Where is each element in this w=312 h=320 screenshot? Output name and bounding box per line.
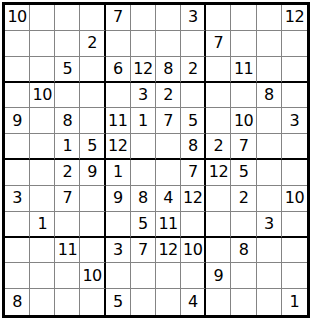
cell-r5c3[interactable]: 8: [55, 108, 80, 134]
given-digit: 2: [188, 61, 198, 77]
given-digit: 7: [113, 9, 123, 25]
cell-r4c6[interactable]: 3: [131, 83, 156, 109]
cell-r6c4[interactable]: 5: [80, 134, 105, 160]
cell-r10c5[interactable]: 3: [106, 238, 131, 264]
cell-r12c10[interactable]: [231, 289, 256, 315]
cell-r10c6[interactable]: 7: [131, 238, 156, 264]
cell-r1c12[interactable]: 12: [282, 5, 307, 31]
cell-r2c1[interactable]: [5, 31, 30, 57]
cell-r11c8[interactable]: [181, 263, 206, 289]
cell-r7c12[interactable]: [282, 160, 307, 186]
cell-r3c7[interactable]: 8: [156, 57, 181, 83]
cell-r10c9[interactable]: [206, 238, 231, 264]
cell-r7c7[interactable]: [156, 160, 181, 186]
cell-r6c5[interactable]: 12: [106, 134, 131, 160]
cell-r2c4[interactable]: 2: [80, 31, 105, 57]
given-digit: 3: [264, 216, 274, 232]
given-digit: 12: [108, 138, 127, 154]
cell-r4c12[interactable]: [282, 83, 307, 109]
cell-r11c9[interactable]: 9: [206, 263, 231, 289]
given-digit: 11: [58, 242, 77, 258]
cell-r10c11[interactable]: [257, 238, 282, 264]
cell-r8c9[interactable]: [206, 186, 231, 212]
given-digit: 3: [290, 113, 300, 129]
cell-r5c9[interactable]: [206, 108, 231, 134]
cell-r6c6[interactable]: [131, 134, 156, 160]
cell-r2c10[interactable]: [231, 31, 256, 57]
given-digit: 12: [158, 242, 177, 258]
given-digit: 8: [239, 242, 249, 258]
cell-r9c8[interactable]: [181, 212, 206, 238]
cell-r5c5[interactable]: 11: [106, 108, 131, 134]
cell-r3c5[interactable]: 6: [106, 57, 131, 83]
cell-r8c4[interactable]: [80, 186, 105, 212]
given-digit: 2: [163, 87, 173, 103]
given-digit: 10: [7, 9, 26, 25]
cell-r3c6[interactable]: 12: [131, 57, 156, 83]
cell-r4c7[interactable]: 2: [156, 83, 181, 109]
given-digit: 4: [188, 294, 198, 310]
cell-r7c2[interactable]: [30, 160, 55, 186]
cell-r4c4[interactable]: [80, 83, 105, 109]
cell-r1c10[interactable]: [231, 5, 256, 31]
given-digit: 1: [63, 138, 73, 154]
cell-r7c11[interactable]: [257, 160, 282, 186]
cell-r6c2[interactable]: [30, 134, 55, 160]
cell-r12c2[interactable]: [30, 289, 55, 315]
cell-r7c4[interactable]: 9: [80, 160, 105, 186]
given-digit: 10: [33, 87, 52, 103]
cell-r4c3[interactable]: [55, 83, 80, 109]
given-digit: 8: [138, 190, 148, 206]
given-digit: 7: [239, 138, 249, 154]
cell-r9c11[interactable]: 3: [257, 212, 282, 238]
cell-r9c3[interactable]: [55, 212, 80, 238]
given-digit: 12: [133, 61, 152, 77]
cell-r2c5[interactable]: [106, 31, 131, 57]
given-digit: 9: [214, 268, 224, 284]
cell-r3c1[interactable]: [5, 57, 30, 83]
cell-r7c9[interactable]: 12: [206, 160, 231, 186]
cell-r6c11[interactable]: [257, 134, 282, 160]
given-digit: 3: [188, 9, 198, 25]
cell-r8c1[interactable]: 3: [5, 186, 30, 212]
given-digit: 10: [285, 190, 304, 206]
cell-r6c3[interactable]: 1: [55, 134, 80, 160]
cell-r3c4[interactable]: [80, 57, 105, 83]
cell-r11c4[interactable]: 10: [80, 263, 105, 289]
cell-r3c10[interactable]: 11: [231, 57, 256, 83]
given-digit: 11: [234, 61, 253, 77]
cell-r9c9[interactable]: [206, 212, 231, 238]
cell-r1c3[interactable]: [55, 5, 80, 31]
cell-r2c6[interactable]: [131, 31, 156, 57]
given-digit: 2: [87, 35, 97, 51]
given-digit: 9: [12, 113, 22, 129]
sudoku-board: 1073122756128211103289811175103151282729…: [2, 2, 310, 318]
given-digit: 10: [183, 242, 202, 258]
cell-r10c1[interactable]: [5, 238, 30, 264]
cell-r11c3[interactable]: [55, 263, 80, 289]
cell-r4c8[interactable]: [181, 83, 206, 109]
given-digit: 8: [264, 87, 274, 103]
cell-r5c8[interactable]: 5: [181, 108, 206, 134]
cell-r11c1[interactable]: [5, 263, 30, 289]
cell-r5c12[interactable]: 3: [282, 108, 307, 134]
cell-r2c2[interactable]: [30, 31, 55, 57]
cell-r7c8[interactable]: 7: [181, 160, 206, 186]
given-digit: 9: [87, 164, 97, 180]
cell-r7c6[interactable]: [131, 160, 156, 186]
cell-r4c5[interactable]: [106, 83, 131, 109]
given-digit: 2: [239, 190, 249, 206]
given-digit: 6: [113, 61, 123, 77]
cell-r4c9[interactable]: [206, 83, 231, 109]
cell-r1c5[interactable]: 7: [106, 5, 131, 31]
cell-r3c2[interactable]: [30, 57, 55, 83]
cell-r10c4[interactable]: [80, 238, 105, 264]
given-digit: 1: [37, 216, 47, 232]
cell-r12c5[interactable]: 5: [106, 289, 131, 315]
cell-r12c6[interactable]: [131, 289, 156, 315]
cell-r11c6[interactable]: [131, 263, 156, 289]
cell-r10c10[interactable]: 8: [231, 238, 256, 264]
cell-r7c3[interactable]: 2: [55, 160, 80, 186]
cell-r3c11[interactable]: [257, 57, 282, 83]
cell-r3c8[interactable]: 2: [181, 57, 206, 83]
cell-r9c7[interactable]: 11: [156, 212, 181, 238]
cell-r4c10[interactable]: [231, 83, 256, 109]
cell-r5c4[interactable]: [80, 108, 105, 134]
cell-r4c2[interactable]: 10: [30, 83, 55, 109]
cell-r11c5[interactable]: [106, 263, 131, 289]
given-digit: 3: [138, 87, 148, 103]
cell-r1c4[interactable]: [80, 5, 105, 31]
cell-r12c12[interactable]: 1: [282, 289, 307, 315]
given-digit: 2: [214, 138, 224, 154]
given-digit: 5: [87, 138, 97, 154]
cell-r8c2[interactable]: [30, 186, 55, 212]
cell-r3c9[interactable]: [206, 57, 231, 83]
given-digit: 7: [63, 190, 73, 206]
given-digit: 1: [138, 113, 148, 129]
cell-r12c3[interactable]: [55, 289, 80, 315]
cell-r10c8[interactable]: 10: [181, 238, 206, 264]
cell-r8c12[interactable]: 10: [282, 186, 307, 212]
cell-r11c10[interactable]: [231, 263, 256, 289]
cell-r11c12[interactable]: [282, 263, 307, 289]
cell-r5c6[interactable]: 1: [131, 108, 156, 134]
given-digit: 7: [138, 242, 148, 258]
cell-r12c9[interactable]: [206, 289, 231, 315]
cell-r1c2[interactable]: [30, 5, 55, 31]
cell-r9c5[interactable]: [106, 212, 131, 238]
given-digit: 5: [188, 113, 198, 129]
given-digit: 7: [163, 113, 173, 129]
cell-r9c6[interactable]: 5: [131, 212, 156, 238]
cell-r4c1[interactable]: [5, 83, 30, 109]
cell-r7c5[interactable]: 1: [106, 160, 131, 186]
cell-r11c11[interactable]: [257, 263, 282, 289]
cell-r10c3[interactable]: 11: [55, 238, 80, 264]
given-digit: 10: [234, 113, 253, 129]
given-digit: 5: [63, 61, 73, 77]
cell-r4c11[interactable]: 8: [257, 83, 282, 109]
cell-r6c12[interactable]: [282, 134, 307, 160]
cell-r6c1[interactable]: [5, 134, 30, 160]
given-digit: 11: [108, 113, 127, 129]
cell-r12c4[interactable]: [80, 289, 105, 315]
cell-r2c12[interactable]: [282, 31, 307, 57]
cell-r1c11[interactable]: [257, 5, 282, 31]
cell-r8c10[interactable]: 2: [231, 186, 256, 212]
given-digit: 1: [113, 164, 123, 180]
given-digit: 5: [138, 216, 148, 232]
given-digit: 8: [63, 113, 73, 129]
cell-r7c10[interactable]: 5: [231, 160, 256, 186]
cell-r7c1[interactable]: [5, 160, 30, 186]
cell-r9c12[interactable]: [282, 212, 307, 238]
cell-r1c9[interactable]: [206, 5, 231, 31]
cell-r1c8[interactable]: 3: [181, 5, 206, 31]
given-digit: 12: [209, 164, 228, 180]
given-digit: 5: [239, 164, 249, 180]
cell-r3c3[interactable]: 5: [55, 57, 80, 83]
cell-r6c8[interactable]: 8: [181, 134, 206, 160]
cell-r12c11[interactable]: [257, 289, 282, 315]
given-digit: 5: [113, 294, 123, 310]
cell-r6c7[interactable]: [156, 134, 181, 160]
cell-r1c6[interactable]: [131, 5, 156, 31]
cell-r10c2[interactable]: [30, 238, 55, 264]
given-digit: 7: [214, 35, 224, 51]
cell-r1c7[interactable]: [156, 5, 181, 31]
cell-r10c7[interactable]: 12: [156, 238, 181, 264]
cell-r8c7[interactable]: 4: [156, 186, 181, 212]
given-digit: 9: [113, 190, 123, 206]
given-digit: 7: [188, 164, 198, 180]
cell-r6c9[interactable]: 2: [206, 134, 231, 160]
given-digit: 12: [285, 9, 304, 25]
cell-r12c7[interactable]: [156, 289, 181, 315]
cell-r8c3[interactable]: 7: [55, 186, 80, 212]
given-digit: 3: [12, 190, 22, 206]
cell-r2c11[interactable]: [257, 31, 282, 57]
given-digit: 8: [188, 138, 198, 154]
cell-r9c2[interactable]: 1: [30, 212, 55, 238]
cell-r5c2[interactable]: [30, 108, 55, 134]
cell-r5c1[interactable]: 9: [5, 108, 30, 134]
given-digit: 2: [63, 164, 73, 180]
cell-r8c6[interactable]: 8: [131, 186, 156, 212]
given-digit: 8: [163, 61, 173, 77]
given-digit: 11: [158, 216, 177, 232]
given-digit: 10: [82, 268, 101, 284]
given-digit: 1: [290, 294, 300, 310]
cell-r8c8[interactable]: 12: [181, 186, 206, 212]
sudoku-screenshot: 1073122756128211103289811175103151282729…: [0, 0, 312, 320]
cell-r2c3[interactable]: [55, 31, 80, 57]
given-digit: 4: [163, 190, 173, 206]
cell-r10c12[interactable]: [282, 238, 307, 264]
cell-r6c10[interactable]: 7: [231, 134, 256, 160]
cell-r12c8[interactable]: 4: [181, 289, 206, 315]
cell-r12c1[interactable]: 8: [5, 289, 30, 315]
cell-r3c12[interactable]: [282, 57, 307, 83]
cell-r5c11[interactable]: [257, 108, 282, 134]
cell-r8c11[interactable]: [257, 186, 282, 212]
given-digit: 3: [113, 242, 123, 258]
cell-r2c9[interactable]: 7: [206, 31, 231, 57]
given-digit: 8: [12, 294, 22, 310]
cell-r9c1[interactable]: [5, 212, 30, 238]
cell-r9c4[interactable]: [80, 212, 105, 238]
cell-r11c7[interactable]: [156, 263, 181, 289]
cell-r9c10[interactable]: [231, 212, 256, 238]
cell-r1c1[interactable]: 10: [5, 5, 30, 31]
cell-r2c7[interactable]: [156, 31, 181, 57]
cell-r2c8[interactable]: [181, 31, 206, 57]
given-digit: 12: [183, 190, 202, 206]
cell-r11c2[interactable]: [30, 263, 55, 289]
cell-r5c7[interactable]: 7: [156, 108, 181, 134]
cell-r5c10[interactable]: 10: [231, 108, 256, 134]
cell-r8c5[interactable]: 9: [106, 186, 131, 212]
